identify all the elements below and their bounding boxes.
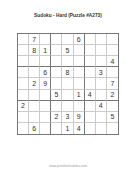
cell-r3c4 bbox=[51, 56, 62, 67]
cell-r5c6 bbox=[74, 78, 85, 89]
cell-r6c3 bbox=[40, 90, 51, 101]
cell-r7c4 bbox=[51, 101, 62, 112]
cell-r8c4: 2 bbox=[51, 112, 62, 123]
cell-r4c2 bbox=[29, 67, 40, 78]
cell-r8c5: 3 bbox=[62, 112, 73, 123]
cell-r7c2 bbox=[29, 101, 40, 112]
cell-r2c8 bbox=[96, 45, 107, 56]
cell-r8c9: 5 bbox=[107, 112, 118, 123]
cell-r8c2 bbox=[29, 112, 40, 123]
cell-r3c3 bbox=[40, 56, 51, 67]
cell-r5c7 bbox=[85, 78, 96, 89]
sudoku-grid: 7681546832975142242395614 bbox=[17, 33, 119, 135]
cell-r2c5: 5 bbox=[62, 45, 73, 56]
puzzle-title: Sudoku - Hard (Puzzle #A273) bbox=[14, 13, 123, 18]
sudoku-page: { "game": "sudoku", "header": { "title":… bbox=[0, 0, 136, 176]
cell-r2c9 bbox=[107, 45, 118, 56]
cell-r6c1 bbox=[18, 90, 29, 101]
cell-r8c8 bbox=[96, 112, 107, 123]
cell-r4c6 bbox=[74, 67, 85, 78]
cell-r3c8 bbox=[96, 56, 107, 67]
cell-r7c6 bbox=[74, 101, 85, 112]
cell-r2c3: 1 bbox=[40, 45, 51, 56]
cell-r6c6: 1 bbox=[74, 90, 85, 101]
cell-r6c9: 2 bbox=[107, 90, 118, 101]
cell-r1c2: 7 bbox=[29, 34, 40, 45]
cell-r1c3 bbox=[40, 34, 51, 45]
cell-r4c9 bbox=[107, 67, 118, 78]
cell-r9c9 bbox=[107, 123, 118, 134]
cell-r3c5 bbox=[62, 56, 73, 67]
cell-r9c6: 4 bbox=[74, 123, 85, 134]
cell-r8c3 bbox=[40, 112, 51, 123]
cell-r8c6: 9 bbox=[74, 112, 85, 123]
cell-r3c7 bbox=[85, 56, 96, 67]
cell-r1c4 bbox=[51, 34, 62, 45]
cell-r1c1 bbox=[18, 34, 29, 45]
cell-r9c8 bbox=[96, 123, 107, 134]
cell-r2c6 bbox=[74, 45, 85, 56]
cell-r9c3 bbox=[40, 123, 51, 134]
cell-r6c2 bbox=[29, 90, 40, 101]
cell-r1c6: 6 bbox=[74, 34, 85, 45]
cell-r6c5 bbox=[62, 90, 73, 101]
cell-r2c4 bbox=[51, 45, 62, 56]
cell-r1c7 bbox=[85, 34, 96, 45]
cell-r7c7 bbox=[85, 101, 96, 112]
cell-r8c1 bbox=[18, 112, 29, 123]
cell-r2c2: 8 bbox=[29, 45, 40, 56]
cell-r5c2: 2 bbox=[29, 78, 40, 89]
cell-r5c1 bbox=[18, 78, 29, 89]
cell-r5c9: 7 bbox=[107, 78, 118, 89]
cell-r3c9: 4 bbox=[107, 56, 118, 67]
cell-r7c3 bbox=[40, 101, 51, 112]
cell-r4c1 bbox=[18, 67, 29, 78]
cell-r6c4: 5 bbox=[51, 90, 62, 101]
cell-r3c1 bbox=[18, 56, 29, 67]
cell-r7c8: 4 bbox=[96, 101, 107, 112]
cell-r4c7 bbox=[85, 67, 96, 78]
cell-r9c4 bbox=[51, 123, 62, 134]
cell-r4c5: 8 bbox=[62, 67, 73, 78]
cell-r7c1: 2 bbox=[18, 101, 29, 112]
cell-r5c4 bbox=[51, 78, 62, 89]
cell-r9c5: 1 bbox=[62, 123, 73, 134]
cell-r5c5 bbox=[62, 78, 73, 89]
cell-r1c9 bbox=[107, 34, 118, 45]
cell-r9c2: 6 bbox=[29, 123, 40, 134]
cell-r6c7: 4 bbox=[85, 90, 96, 101]
cell-r1c5 bbox=[62, 34, 73, 45]
cell-r2c7 bbox=[85, 45, 96, 56]
cell-r7c9 bbox=[107, 101, 118, 112]
cell-r9c1 bbox=[18, 123, 29, 134]
cell-r9c7 bbox=[85, 123, 96, 134]
cell-r5c8 bbox=[96, 78, 107, 89]
cell-r7c5 bbox=[62, 101, 73, 112]
cell-r4c3: 6 bbox=[40, 67, 51, 78]
cell-r2c1 bbox=[18, 45, 29, 56]
footer-url: www.printfreesudoku.com bbox=[31, 165, 106, 168]
cell-r4c8: 3 bbox=[96, 67, 107, 78]
cell-r8c7 bbox=[85, 112, 96, 123]
cell-r3c2 bbox=[29, 56, 40, 67]
cell-r3c6 bbox=[74, 56, 85, 67]
cell-r4c4 bbox=[51, 67, 62, 78]
cell-r5c3: 9 bbox=[40, 78, 51, 89]
cell-r6c8 bbox=[96, 90, 107, 101]
cell-r1c8 bbox=[96, 34, 107, 45]
